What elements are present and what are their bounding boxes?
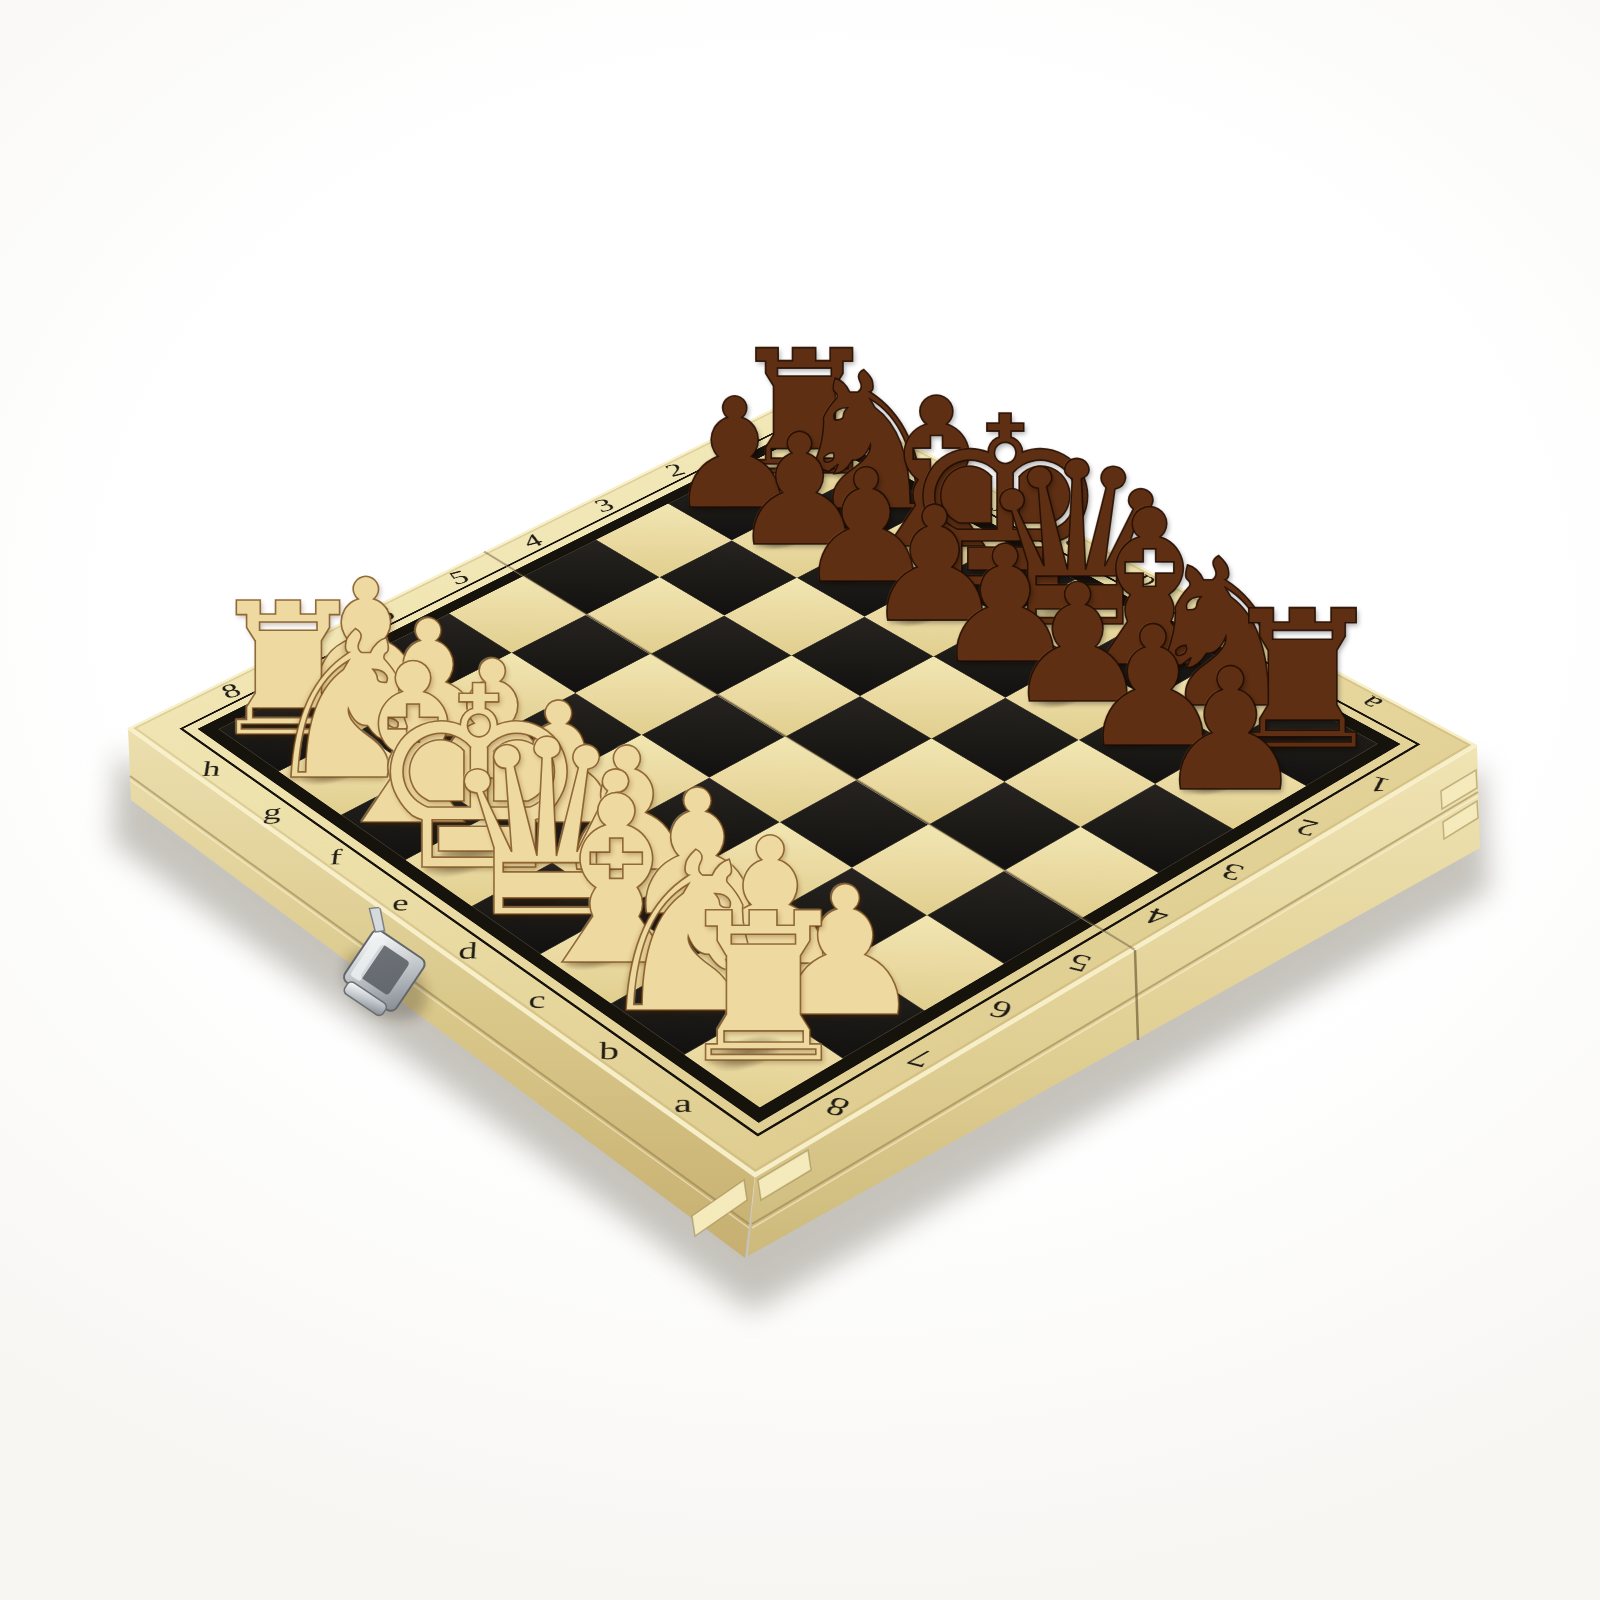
file-label-bottom-e: e [378,889,424,916]
file-label-bottom-c: c [514,985,560,1013]
file-label-bottom-d: d [445,937,491,965]
file-label-bottom-h: h [189,756,234,781]
file-label-bottom-g: g [250,799,295,824]
file-label-bottom-a: a [660,1088,707,1118]
file-label-bottom-b: b [586,1036,632,1065]
file-label-bottom-f: f [313,844,358,870]
product-photo-stage: 1122334455667788hhggffeeddccbbaa ♜♞♝♛♚♝♞… [0,0,1600,1600]
